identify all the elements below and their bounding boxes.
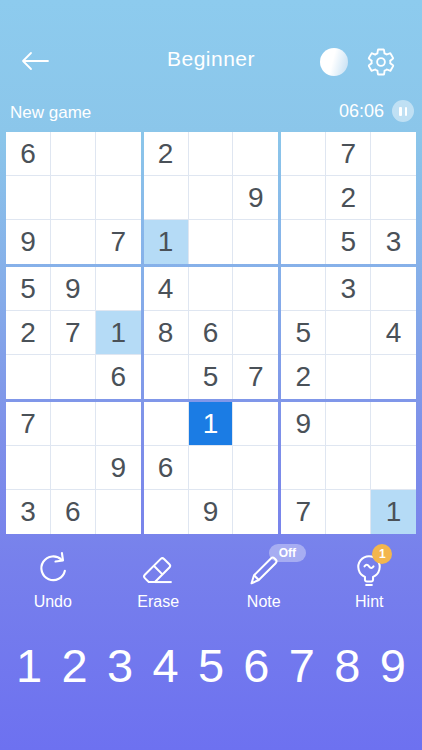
cell-r4c4[interactable]: 4 <box>144 267 189 311</box>
cell-r1c6[interactable] <box>233 132 278 176</box>
cell-r3c5[interactable] <box>189 220 234 264</box>
timer-area: 06:06 <box>339 100 414 122</box>
cell-r5c6[interactable] <box>233 311 278 355</box>
box-2: 291 <box>144 132 279 264</box>
cell-r8c3[interactable]: 9 <box>96 446 141 490</box>
box-8: 169 <box>144 402 279 534</box>
pause-button[interactable] <box>392 100 414 122</box>
cell-r1c2[interactable] <box>51 132 96 176</box>
eraser-icon <box>139 550 177 588</box>
cell-r7c6[interactable] <box>233 402 278 446</box>
box-4: 592716 <box>6 267 141 399</box>
box-6: 3542 <box>281 267 416 399</box>
cell-r6c4[interactable] <box>144 355 189 399</box>
numpad-5[interactable]: 5 <box>198 642 224 689</box>
cell-r3c2[interactable] <box>51 220 96 264</box>
cell-r1c4[interactable]: 2 <box>144 132 189 176</box>
cell-r3c3[interactable]: 7 <box>96 220 141 264</box>
cell-r3c1[interactable]: 9 <box>6 220 51 264</box>
undo-button[interactable]: Undo <box>0 550 106 622</box>
cell-r8c5[interactable] <box>189 446 234 490</box>
cell-r6c7[interactable]: 2 <box>281 355 326 399</box>
page-title: Beginner <box>0 47 422 71</box>
box-9: 971 <box>281 402 416 534</box>
cell-r6c3[interactable]: 6 <box>96 355 141 399</box>
numpad-6[interactable]: 6 <box>243 642 269 689</box>
cell-r2c6[interactable]: 9 <box>233 176 278 220</box>
cell-r5c4[interactable]: 8 <box>144 311 189 355</box>
cell-r4c7[interactable] <box>281 267 326 311</box>
cell-r7c1[interactable]: 7 <box>6 402 51 446</box>
cell-r4c9[interactable] <box>371 267 416 311</box>
cell-r8c2[interactable] <box>51 446 96 490</box>
cell-r1c3[interactable] <box>96 132 141 176</box>
cell-r4c6[interactable] <box>233 267 278 311</box>
numpad-4[interactable]: 4 <box>152 642 178 689</box>
cell-r7c2[interactable] <box>51 402 96 446</box>
cell-r7c9[interactable] <box>371 402 416 446</box>
cell-r2c4[interactable] <box>144 176 189 220</box>
cell-r3c8[interactable]: 5 <box>326 220 371 264</box>
undo-label: Undo <box>34 593 72 611</box>
theme-toggle[interactable] <box>320 48 348 76</box>
cell-r3c6[interactable] <box>233 220 278 264</box>
cell-r8c1[interactable] <box>6 446 51 490</box>
cell-r6c9[interactable] <box>371 355 416 399</box>
undo-icon <box>34 550 72 588</box>
cell-r2c5[interactable] <box>189 176 234 220</box>
note-label: Note <box>247 593 281 611</box>
cell-r9c3[interactable] <box>96 490 141 534</box>
numpad-7[interactable]: 7 <box>289 642 315 689</box>
cell-r2c1[interactable] <box>6 176 51 220</box>
cell-r5c7[interactable]: 5 <box>281 311 326 355</box>
note-button[interactable]: Off Note <box>211 550 317 622</box>
cell-r3c4[interactable]: 1 <box>144 220 189 264</box>
cell-r4c3[interactable] <box>96 267 141 311</box>
timer: 06:06 <box>339 101 384 122</box>
cell-r8c4[interactable]: 6 <box>144 446 189 490</box>
cell-r8c8[interactable] <box>326 446 371 490</box>
number-pad: 123456789 <box>0 642 422 689</box>
cell-r1c5[interactable] <box>189 132 234 176</box>
cell-r5c5[interactable]: 6 <box>189 311 234 355</box>
cell-r5c8[interactable] <box>326 311 371 355</box>
box-3: 7253 <box>281 132 416 264</box>
sudoku-app-screen: Beginner New game 06:06 6972917253592716… <box>0 0 422 750</box>
cell-r2c3[interactable] <box>96 176 141 220</box>
cell-r6c2[interactable] <box>51 355 96 399</box>
cell-r6c1[interactable] <box>6 355 51 399</box>
cell-r9c8[interactable] <box>326 490 371 534</box>
cell-r5c3[interactable]: 1 <box>96 311 141 355</box>
hint-count-badge: 1 <box>372 544 392 564</box>
cell-r9c5[interactable]: 9 <box>189 490 234 534</box>
cell-r1c9[interactable] <box>371 132 416 176</box>
toolbar: Undo Erase <box>0 550 422 622</box>
pause-icon <box>399 107 402 116</box>
cell-r6c6[interactable]: 7 <box>233 355 278 399</box>
settings-button[interactable] <box>366 47 396 77</box>
cell-r7c4[interactable] <box>144 402 189 446</box>
new-game-label[interactable]: New game <box>10 103 91 123</box>
cell-r5c2[interactable]: 7 <box>51 311 96 355</box>
cell-r7c3[interactable] <box>96 402 141 446</box>
box-5: 48657 <box>144 267 279 399</box>
cell-r4c2[interactable]: 9 <box>51 267 96 311</box>
cell-r2c2[interactable] <box>51 176 96 220</box>
cell-r7c8[interactable] <box>326 402 371 446</box>
cell-r4c1[interactable]: 5 <box>6 267 51 311</box>
numpad-8[interactable]: 8 <box>334 642 360 689</box>
cell-r8c7[interactable] <box>281 446 326 490</box>
erase-label: Erase <box>137 593 179 611</box>
cell-r9c6[interactable] <box>233 490 278 534</box>
sudoku-board: 69729172535927164865735427936169971 <box>6 132 416 534</box>
cell-r6c8[interactable] <box>326 355 371 399</box>
box-1: 697 <box>6 132 141 264</box>
cell-r9c4[interactable] <box>144 490 189 534</box>
cell-r5c1[interactable]: 2 <box>6 311 51 355</box>
cell-r1c1[interactable]: 6 <box>6 132 51 176</box>
cell-r4c5[interactable] <box>189 267 234 311</box>
cell-r2c8[interactable]: 2 <box>326 176 371 220</box>
note-off-badge: Off <box>269 544 306 562</box>
box-7: 7936 <box>6 402 141 534</box>
erase-button[interactable]: Erase <box>106 550 212 622</box>
cell-r1c8[interactable]: 7 <box>326 132 371 176</box>
hint-button[interactable]: 1 Hint <box>317 550 422 622</box>
numpad-1[interactable]: 1 <box>16 642 42 689</box>
gear-icon <box>366 47 396 77</box>
hint-label: Hint <box>355 593 383 611</box>
cell-r9c7[interactable]: 7 <box>281 490 326 534</box>
cell-r4c8[interactable]: 3 <box>326 267 371 311</box>
status-row: New game 06:06 <box>0 100 422 128</box>
top-bar: Beginner <box>0 40 422 84</box>
cell-r2c7[interactable] <box>281 176 326 220</box>
cell-r9c1[interactable]: 3 <box>6 490 51 534</box>
cell-r3c9[interactable]: 3 <box>371 220 416 264</box>
cell-r3c7[interactable] <box>281 220 326 264</box>
cell-r8c6[interactable] <box>233 446 278 490</box>
cell-r7c5[interactable]: 1 <box>189 402 234 446</box>
pause-icon <box>405 107 408 116</box>
cell-r9c2[interactable]: 6 <box>51 490 96 534</box>
cell-r1c7[interactable] <box>281 132 326 176</box>
cell-r5c9[interactable]: 4 <box>371 311 416 355</box>
cell-r6c5[interactable]: 5 <box>189 355 234 399</box>
numpad-3[interactable]: 3 <box>107 642 133 689</box>
cell-r9c9[interactable]: 1 <box>371 490 416 534</box>
numpad-9[interactable]: 9 <box>380 642 406 689</box>
cell-r7c7[interactable]: 9 <box>281 402 326 446</box>
cell-r2c9[interactable] <box>371 176 416 220</box>
cell-r8c9[interactable] <box>371 446 416 490</box>
numpad-2[interactable]: 2 <box>61 642 87 689</box>
